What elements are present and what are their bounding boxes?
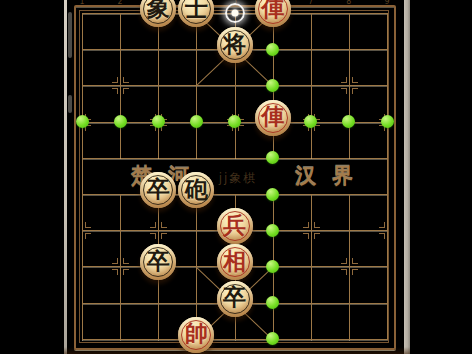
point-marker — [112, 258, 118, 264]
piece-red-soldier[interactable]: 兵 — [217, 208, 253, 244]
piece-red-general[interactable]: 帥 — [178, 317, 214, 353]
last-move-origin-marker — [225, 3, 245, 23]
board-edge-right — [404, 0, 410, 354]
move-hint-dot[interactable] — [266, 43, 279, 56]
piece-glyph: 卒 — [223, 286, 246, 309]
point-marker — [123, 88, 129, 94]
move-hint-dot[interactable] — [266, 188, 279, 201]
board-grid-line — [387, 13, 388, 340]
point-marker — [314, 222, 320, 228]
move-hint-dot[interactable] — [114, 115, 127, 128]
piece-glyph: 俥 — [261, 105, 284, 128]
move-hint-dot[interactable] — [266, 79, 279, 92]
piece-glyph: 卒 — [147, 178, 170, 201]
board-grid-line — [349, 194, 350, 340]
wood-grain-highlight — [68, 12, 72, 58]
point-marker — [341, 88, 347, 94]
piece-red-elephant[interactable]: 相 — [217, 244, 253, 280]
point-marker — [112, 77, 118, 83]
point-marker — [352, 77, 358, 83]
move-hint-dot[interactable] — [76, 115, 89, 128]
piece-black-soldier[interactable]: 卒 — [140, 172, 176, 208]
board-grid-line — [82, 13, 83, 340]
board-grid-line — [311, 194, 312, 340]
point-marker — [341, 77, 347, 83]
point-marker — [123, 258, 129, 264]
board-grid-line — [311, 13, 312, 158]
point-marker — [161, 222, 167, 228]
board-grid-line — [120, 194, 121, 340]
point-marker — [379, 222, 385, 228]
point-marker — [379, 233, 385, 239]
piece-glyph: 将 — [223, 33, 246, 56]
piece-black-soldier[interactable]: 卒 — [217, 281, 253, 317]
app-watermark: jj象棋 — [219, 170, 258, 187]
board-grid-line — [120, 13, 121, 158]
point-marker — [85, 233, 91, 239]
point-marker — [112, 88, 118, 94]
point-marker — [303, 233, 309, 239]
point-marker — [85, 222, 91, 228]
point-marker — [352, 88, 358, 94]
point-marker — [341, 269, 347, 275]
piece-black-general[interactable]: 将 — [217, 27, 253, 63]
point-marker — [123, 269, 129, 275]
point-marker — [161, 233, 167, 239]
board-grid-line — [82, 158, 387, 159]
point-marker — [150, 233, 156, 239]
move-hint-dot[interactable] — [381, 115, 394, 128]
piece-glyph: 象 — [147, 0, 170, 20]
letterbox-right — [410, 0, 472, 354]
board-grid-line — [158, 13, 159, 158]
move-hint-dot[interactable] — [266, 224, 279, 237]
file-label: 8 — [346, 0, 351, 6]
file-label: 2 — [118, 0, 123, 6]
point-marker — [352, 258, 358, 264]
piece-glyph: 相 — [223, 250, 246, 273]
point-marker — [112, 269, 118, 275]
piece-glyph: 帥 — [185, 322, 208, 345]
river-label-right: 汉界 — [279, 162, 369, 190]
piece-glyph: 士 — [185, 0, 208, 20]
move-hint-dot[interactable] — [152, 115, 165, 128]
point-marker — [352, 269, 358, 275]
board-grid-line — [349, 13, 350, 158]
file-label: 1 — [79, 0, 84, 6]
piece-glyph: 兵 — [223, 214, 246, 237]
piece-glyph: 砲 — [185, 178, 208, 201]
piece-red-chariot[interactable]: 俥 — [255, 100, 291, 136]
point-marker — [303, 222, 309, 228]
xiangqi-app-screen: 123456789 楚河 汉界 jj象棋 象士俥将俥卒砲兵卒相卒帥 — [0, 0, 472, 354]
move-hint-dot[interactable] — [266, 260, 279, 273]
point-marker — [341, 258, 347, 264]
point-marker — [123, 77, 129, 83]
file-label: 9 — [384, 0, 389, 6]
point-marker — [150, 222, 156, 228]
file-label: 7 — [308, 0, 313, 6]
piece-glyph: 俥 — [261, 0, 284, 20]
move-hint-dot[interactable] — [228, 115, 241, 128]
point-marker — [314, 233, 320, 239]
wood-grain-highlight — [68, 95, 72, 113]
piece-glyph: 卒 — [147, 250, 170, 273]
letterbox-left — [0, 0, 64, 354]
move-hint-dot[interactable] — [190, 115, 203, 128]
